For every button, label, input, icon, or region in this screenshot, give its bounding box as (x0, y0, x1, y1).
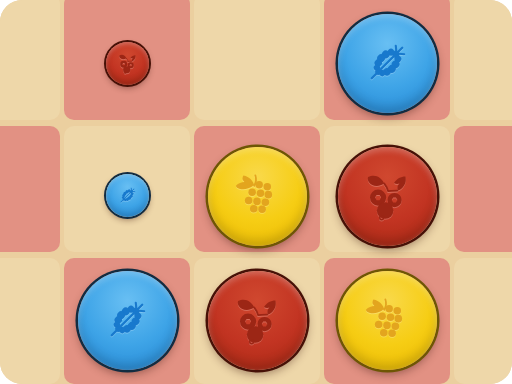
berries-icon (360, 169, 414, 223)
board-tile-r2c4[interactable] (324, 126, 450, 252)
berries-icon (116, 52, 139, 75)
board-tile-r1c2[interactable] (64, 0, 190, 120)
board-tile-r3c2[interactable] (64, 258, 190, 384)
game-screen (0, 0, 512, 384)
blue-oakleaf-small-piece[interactable] (106, 174, 149, 217)
blue-oakleaf-large-piece[interactable] (338, 14, 437, 113)
board-tile-r3c3[interactable] (194, 258, 320, 384)
red-berries-large-piece[interactable] (208, 271, 307, 370)
yellow-grapes-large-piece[interactable] (208, 147, 307, 246)
oakleaf-icon (100, 293, 154, 347)
board-tile-r1c1[interactable] (0, 0, 60, 120)
oakleaf-icon (360, 36, 414, 90)
board-tile-r3c1[interactable] (0, 258, 60, 384)
oakleaf-icon (116, 184, 139, 207)
board-tile-r1c4[interactable] (324, 0, 450, 120)
red-berries-small-piece[interactable] (106, 42, 149, 85)
board-tile-r1c5[interactable] (454, 0, 512, 120)
board-tile-r2c1[interactable] (0, 126, 60, 252)
game-board (0, 0, 512, 384)
grapes-icon (230, 169, 284, 223)
board-tile-r3c5[interactable] (454, 258, 512, 384)
board-grid (0, 0, 512, 384)
board-tile-r2c2[interactable] (64, 126, 190, 252)
board-tile-r3c4[interactable] (324, 258, 450, 384)
board-tile-r2c5[interactable] (454, 126, 512, 252)
grapes-icon (360, 293, 414, 347)
red-berries-large-piece[interactable] (338, 147, 437, 246)
berries-icon (230, 293, 284, 347)
board-tile-r1c3[interactable] (194, 0, 320, 120)
board-tile-r2c3[interactable] (194, 126, 320, 252)
blue-oakleaf-large-piece[interactable] (78, 271, 177, 370)
yellow-grapes-large-piece[interactable] (338, 271, 437, 370)
